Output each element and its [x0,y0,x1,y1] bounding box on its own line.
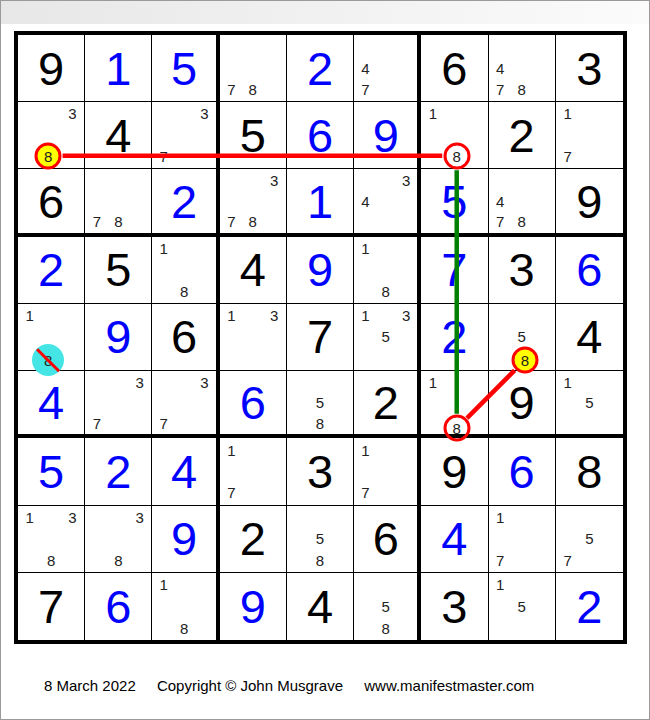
candidate-pos-6 [263,57,284,78]
candidate-pos-4 [153,259,173,280]
cell-r2c9: 17 [556,102,623,169]
solved-digit: 1 [287,169,353,232]
given-digit: 6 [18,169,84,232]
candidate-pos-5 [242,326,263,347]
candidate-pos-1 [19,103,40,124]
candidate-pos-8: 8 [511,79,532,100]
candidate-pos-5: 5 [579,528,601,549]
candidate-pos-9 [396,211,416,231]
candidate-pos-5 [174,393,194,413]
candidates: 15 [490,574,554,639]
candidate-pos-7: 7 [221,482,242,503]
candidate-pos-9 [396,617,416,639]
candidate-pos-9 [396,79,416,100]
candidate-pos-7: 7 [557,549,579,570]
cell-r9c4: 9 [220,573,287,640]
candidate-pos-2 [511,170,532,190]
candidate-pos-7 [490,348,511,369]
candidates: 1 [422,103,486,167]
candidate-pos-8 [376,482,396,503]
cell-r9c5: 4 [287,573,354,640]
candidate-pos-9 [465,146,486,167]
candidate-pos-2 [376,574,396,596]
candidate-pos-3 [331,372,352,392]
candidate-pos-3 [263,439,284,460]
cell-r4c7: 7 [421,237,488,304]
candidate-pos-5 [511,191,532,211]
candidate-pos-9 [194,617,214,639]
candidate-pos-3 [331,507,352,528]
candidate-pos-7 [355,348,375,369]
solved-digit: 2 [287,35,353,101]
candidate-pos-6 [62,125,83,146]
candidate-pos-9 [532,211,553,231]
candidate-pos-3 [465,372,486,392]
top-strip [1,1,649,24]
candidate-pos-2 [108,372,129,392]
candidate-pos-9 [396,280,416,301]
cell-r7c9: 8 [556,438,623,505]
candidate-pos-5 [376,259,396,280]
candidate-pos-2 [174,372,194,392]
candidate-pos-2 [511,574,532,596]
candidate-pos-5 [242,57,263,78]
candidate-pos-7 [153,280,173,301]
candidate-pos-6 [396,461,416,482]
candidate-pos-6 [194,596,214,618]
candidate-pos-7: 7 [355,482,375,503]
candidate-pos-2 [108,170,129,190]
candidate-pos-1 [153,103,173,124]
candidates: 1 [19,305,83,369]
candidate-pos-9 [396,348,416,369]
candidate-pos-3 [194,238,214,259]
candidate-pos-1 [86,372,107,392]
candidate-pos-5: 5 [579,393,601,413]
candidates: 17 [490,507,554,571]
candidate-pos-4 [557,528,579,549]
candidate-pos-5 [174,259,194,280]
candidate-pos-5 [511,57,532,78]
candidate-pos-4 [490,596,511,618]
candidate-pos-4 [288,528,309,549]
candidate-pos-3: 3 [194,372,214,392]
cell-r3c1: 6 [18,169,85,236]
candidates: 135 [355,305,416,369]
solved-digit: 4 [18,371,84,434]
candidate-pos-6 [396,326,416,347]
candidate-pos-1 [557,507,579,528]
candidate-pos-6 [532,57,553,78]
candidate-pos-4 [557,393,579,413]
cell-r6c2: 37 [85,371,152,438]
candidate-pos-2 [108,507,129,528]
candidate-pos-8 [511,549,532,570]
candidate-pos-2 [242,439,263,460]
candidate-pos-6 [532,191,553,211]
candidate-pos-1: 1 [490,507,511,528]
candidate-pos-6 [396,259,416,280]
candidate-pos-6 [465,125,486,146]
given-digit: 7 [287,304,353,370]
candidate-pos-8 [376,211,396,231]
solved-digit: 4 [421,506,487,572]
candidate-pos-8 [511,348,532,369]
candidate-pos-5 [511,528,532,549]
cell-r3c9: 9 [556,169,623,236]
candidate-pos-8 [174,146,194,167]
candidates: 34 [355,170,416,231]
candidate-pos-1: 1 [19,305,40,326]
candidate-pos-4 [19,125,40,146]
given-digit: 6 [354,506,417,572]
candidate-pos-3 [532,36,553,57]
solved-digit: 6 [287,102,353,168]
candidate-pos-4 [153,393,173,413]
candidate-pos-7 [288,413,309,433]
candidate-pos-2 [376,36,396,57]
solved-digit: 6 [220,371,286,434]
solved-digit: 9 [220,573,286,640]
candidate-pos-5 [376,57,396,78]
given-digit: 6 [152,304,215,370]
candidate-pos-5 [40,125,61,146]
cell-r5c5: 7 [287,304,354,371]
candidate-pos-8: 8 [242,79,263,100]
cell-r4c9: 6 [556,237,623,304]
candidate-pos-1: 1 [355,439,375,460]
candidate-pos-5 [40,528,61,549]
candidate-pos-2 [376,238,396,259]
candidate-pos-7: 7 [490,79,511,100]
candidate-pos-2 [40,305,61,326]
candidate-pos-8: 8 [376,617,396,639]
solved-digit: 9 [287,237,353,303]
cell-r9c2: 6 [85,573,152,640]
candidate-pos-4 [355,461,375,482]
cell-r9c9: 2 [556,573,623,640]
candidate-pos-5 [108,191,129,211]
candidate-pos-3 [532,170,553,190]
candidate-pos-9 [194,413,214,433]
candidate-pos-2 [511,36,532,57]
cell-r9c8: 15 [489,573,556,640]
candidate-pos-1: 1 [355,238,375,259]
candidate-pos-3: 3 [263,170,284,190]
candidates: 17 [557,103,622,167]
candidate-pos-1: 1 [422,372,443,392]
candidates: 58 [288,372,352,433]
given-digit: 6 [421,35,487,101]
cell-r2c4: 5 [220,102,287,169]
candidate-pos-1 [86,170,107,190]
candidates: 138 [19,507,83,571]
candidate-pos-1: 1 [221,305,242,326]
candidate-pos-6 [331,528,352,549]
candidate-pos-7 [19,146,40,167]
cell-r3c2: 78 [85,169,152,236]
candidate-pos-3 [600,507,622,528]
cell-r5c7: 2 [421,304,488,371]
candidates: 3 [19,103,83,167]
candidate-pos-9 [532,79,553,100]
candidates: 478 [490,170,554,231]
candidate-pos-1 [355,170,375,190]
candidate-pos-8 [40,146,61,167]
cell-r8c7: 4 [421,506,488,573]
given-digit: 8 [556,438,623,504]
candidate-pos-9 [62,549,83,570]
cell-r7c5: 3 [287,438,354,505]
candidate-pos-4 [153,596,173,618]
candidate-pos-7 [355,280,375,301]
candidate-pos-5: 5 [309,393,330,413]
candidate-pos-6 [62,528,83,549]
cell-r7c4: 17 [220,438,287,505]
solved-digit: 2 [85,438,151,504]
cell-r1c3: 5 [152,35,219,102]
candidate-pos-7 [355,617,375,639]
candidate-pos-8 [40,348,61,369]
candidate-pos-9 [129,549,150,570]
candidate-pos-7: 7 [86,413,107,433]
candidate-pos-2 [444,103,465,124]
candidate-pos-2 [242,305,263,326]
solved-digit: 9 [152,506,215,572]
candidate-pos-5 [444,393,465,413]
candidate-pos-2 [511,305,532,326]
candidate-pos-2 [309,507,330,528]
cell-r2c5: 6 [287,102,354,169]
cell-r5c1: 1 [18,304,85,371]
candidate-pos-9 [263,211,284,231]
candidate-pos-7 [355,211,375,231]
candidate-pos-8 [444,146,465,167]
candidate-pos-2 [579,507,601,528]
candidate-pos-5: 5 [511,596,532,618]
cell-r8c6: 6 [354,506,421,573]
cell-r8c1: 138 [18,506,85,573]
candidate-pos-2 [579,372,601,392]
candidate-pos-3 [396,36,416,57]
solved-digit: 5 [421,169,487,232]
candidate-pos-3: 3 [62,103,83,124]
cell-r6c1: 4 [18,371,85,438]
candidate-pos-8: 8 [174,280,194,301]
candidate-pos-6 [396,596,416,618]
candidate-pos-3 [396,574,416,596]
candidate-pos-8: 8 [511,211,532,231]
given-digit: 9 [421,438,487,504]
candidate-pos-9 [194,280,214,301]
cell-r1c8: 478 [489,35,556,102]
candidate-pos-7: 7 [355,79,375,100]
candidate-pos-3 [532,305,553,326]
candidate-pos-3: 3 [194,103,214,124]
cell-r9c1: 7 [18,573,85,640]
candidate-pos-9 [396,482,416,503]
candidate-pos-2 [242,170,263,190]
cell-r2c1: 3 [18,102,85,169]
candidate-pos-4 [86,393,107,413]
candidate-pos-9 [62,348,83,369]
candidate-pos-3 [396,439,416,460]
candidate-pos-8 [376,348,396,369]
cell-r8c5: 58 [287,506,354,573]
cell-r1c7: 6 [421,35,488,102]
candidate-pos-3 [600,372,622,392]
candidate-pos-4 [490,326,511,347]
cell-r7c6: 17 [354,438,421,505]
cell-r4c1: 2 [18,237,85,304]
candidate-pos-1: 1 [19,507,40,528]
solved-digit: 9 [354,102,417,168]
candidate-pos-9 [532,617,553,639]
candidates: 18 [153,238,214,302]
candidate-pos-8: 8 [40,549,61,570]
given-digit: 4 [287,573,353,640]
candidate-pos-2 [309,372,330,392]
candidate-pos-8: 8 [376,280,396,301]
cell-r7c7: 9 [421,438,488,505]
candidate-pos-2 [511,507,532,528]
candidates: 38 [86,507,150,571]
candidate-pos-2 [376,305,396,326]
candidate-pos-9 [532,348,553,369]
candidate-pos-4 [490,528,511,549]
candidate-pos-8 [242,348,263,369]
candidate-pos-4 [422,393,443,413]
cell-r3c5: 1 [287,169,354,236]
cell-r2c7: 1 [421,102,488,169]
cell-r6c4: 6 [220,371,287,438]
candidates: 47 [355,36,416,100]
candidates: 58 [288,507,352,571]
cell-r2c8: 2 [489,102,556,169]
candidate-pos-2 [376,170,396,190]
candidate-pos-4 [221,191,242,211]
given-digit: 3 [489,237,555,303]
candidate-pos-6 [532,326,553,347]
candidate-pos-6 [600,393,622,413]
cell-r3c8: 478 [489,169,556,236]
candidate-pos-5 [174,125,194,146]
cell-r4c5: 9 [287,237,354,304]
candidate-pos-8 [376,79,396,100]
cell-r3c3: 2 [152,169,219,236]
candidate-pos-4 [153,125,173,146]
candidate-pos-5 [444,125,465,146]
given-digit: 5 [85,237,151,303]
candidate-pos-1 [153,372,173,392]
footer: 8 March 2022 Copyright © John Musgrave w… [44,677,534,694]
candidate-pos-7 [422,146,443,167]
candidates: 78 [221,36,285,100]
candidate-pos-4 [221,57,242,78]
candidate-pos-3: 3 [396,305,416,326]
given-digit: 3 [421,573,487,640]
candidate-pos-9 [331,413,352,433]
candidate-pos-4 [355,326,375,347]
candidate-pos-3: 3 [62,507,83,528]
solved-digit: 2 [152,169,215,232]
candidate-pos-6 [263,461,284,482]
candidate-pos-7: 7 [221,79,242,100]
candidate-pos-9 [331,549,352,570]
candidate-pos-9 [532,549,553,570]
candidate-pos-5 [242,191,263,211]
candidate-pos-1: 1 [355,305,375,326]
candidate-pos-6 [129,191,150,211]
given-digit: 4 [85,102,151,168]
cell-r8c3: 9 [152,506,219,573]
candidate-pos-8 [579,413,601,433]
candidate-pos-8: 8 [174,617,194,639]
cell-r5c2: 9 [85,304,152,371]
candidate-pos-1 [355,36,375,57]
solved-digit: 5 [18,438,84,504]
cell-r7c1: 5 [18,438,85,505]
candidate-pos-8: 8 [108,211,129,231]
candidate-pos-6 [263,326,284,347]
candidate-pos-5 [40,326,61,347]
candidate-pos-1 [355,574,375,596]
cell-r9c3: 18 [152,573,219,640]
candidate-pos-5: 5 [309,528,330,549]
candidate-pos-9 [129,413,150,433]
solved-digit: 9 [85,304,151,370]
cell-r1c6: 47 [354,35,421,102]
cell-r2c6: 9 [354,102,421,169]
candidates: 5 [490,305,554,369]
candidate-pos-5 [108,393,129,413]
candidate-pos-8 [242,482,263,503]
candidate-pos-5 [376,191,396,211]
candidate-pos-7 [86,549,107,570]
candidates: 17 [221,439,285,503]
cell-r2c3: 37 [152,102,219,169]
cell-r5c8: 5 [489,304,556,371]
candidate-pos-6 [532,596,553,618]
footer-copyright: Copyright © John Musgrave [157,677,343,694]
given-digit: 3 [556,35,623,101]
candidate-pos-3: 3 [129,507,150,528]
cell-r4c2: 5 [85,237,152,304]
candidate-pos-7: 7 [557,146,579,167]
candidate-pos-7: 7 [490,211,511,231]
candidate-pos-4 [422,125,443,146]
candidate-pos-9 [600,413,622,433]
given-digit: 9 [489,371,555,434]
candidate-pos-6 [532,528,553,549]
candidate-pos-6 [465,393,486,413]
cell-r8c4: 2 [220,506,287,573]
candidate-pos-6 [396,191,416,211]
cell-r5c4: 13 [220,304,287,371]
candidate-pos-8 [511,617,532,639]
candidate-pos-1: 1 [153,238,173,259]
solved-digit: 5 [152,35,215,101]
candidate-pos-1 [490,305,511,326]
candidate-pos-4 [355,596,375,618]
candidate-pos-9 [263,79,284,100]
candidate-pos-3 [600,103,622,124]
candidates: 478 [490,36,554,100]
candidate-pos-8 [444,413,465,433]
page-frame: 9157824764783343756912176782378134547892… [0,0,650,720]
candidate-pos-3: 3 [263,305,284,326]
candidates: 378 [221,170,285,231]
